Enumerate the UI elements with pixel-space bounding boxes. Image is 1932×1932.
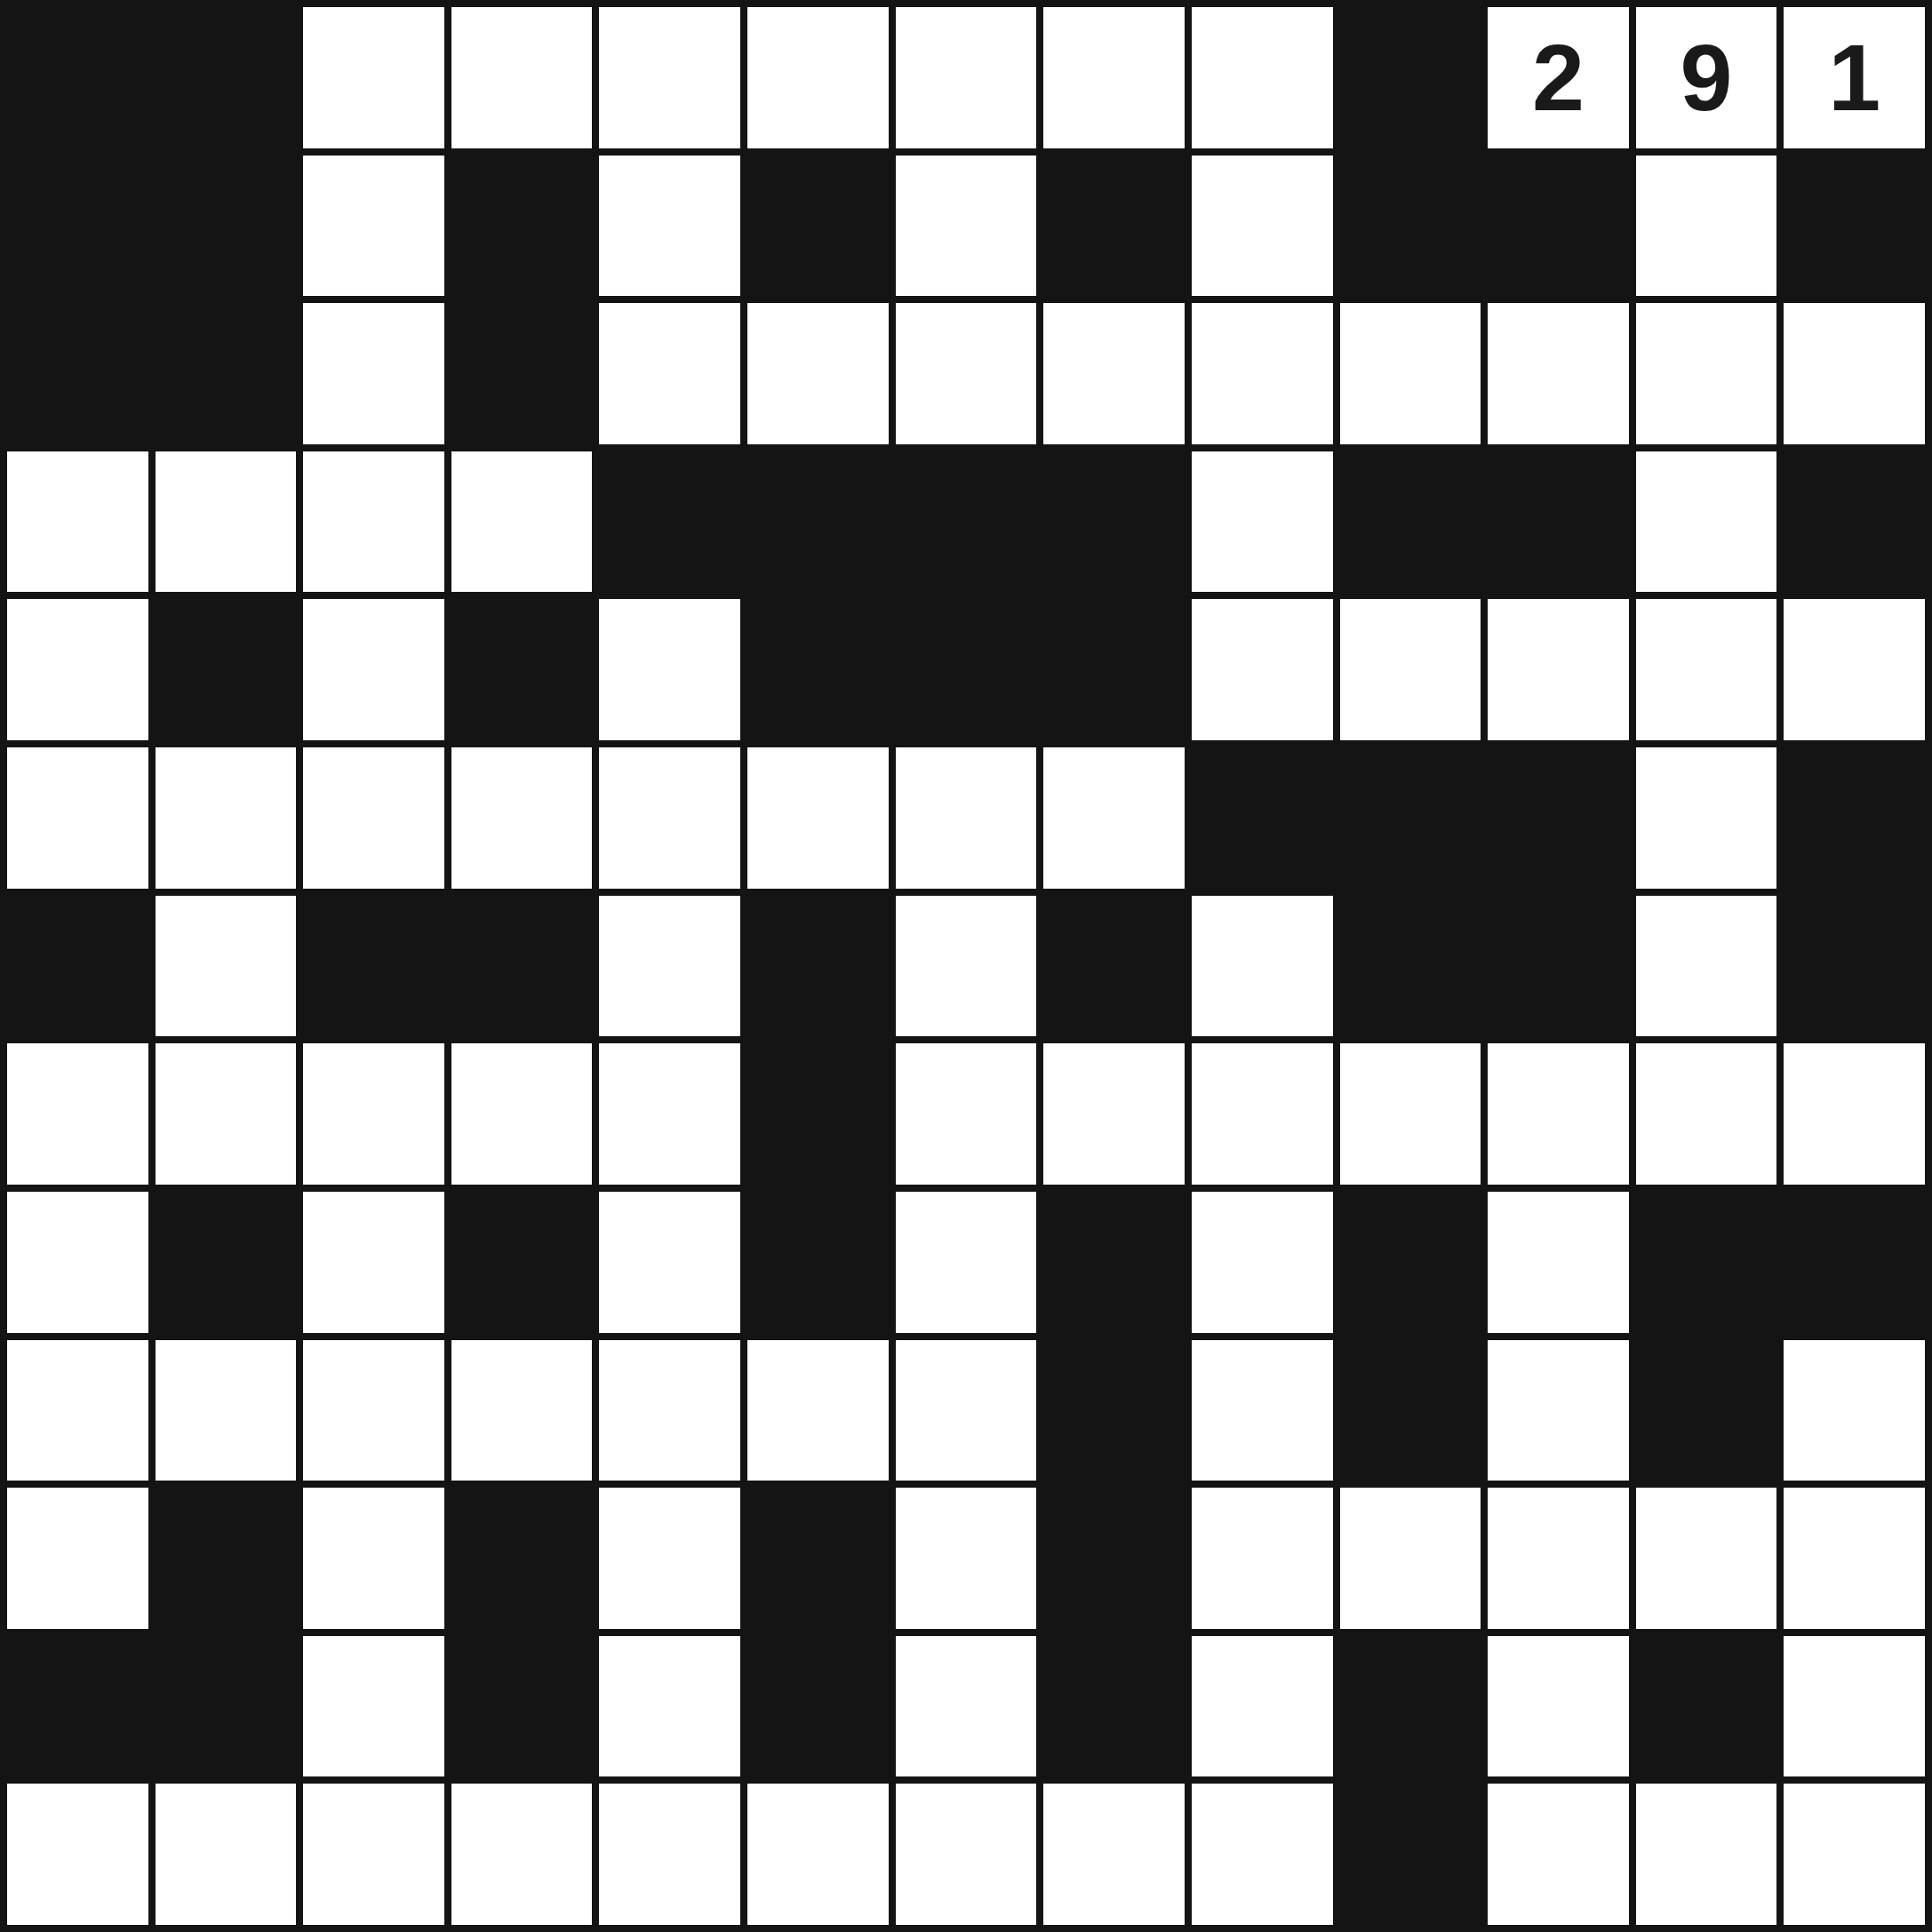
- white-cell-r10c11[interactable]: [1636, 1488, 1777, 1629]
- white-cell-r8c2[interactable]: [303, 1192, 444, 1333]
- black-cell-r10c1: [156, 1488, 297, 1629]
- white-cell-r4c11[interactable]: [1636, 599, 1777, 740]
- black-cell-r1c7: [1043, 156, 1185, 297]
- black-cell-r9c9: [1340, 1340, 1481, 1481]
- white-cell-r5c5[interactable]: [747, 747, 889, 889]
- white-cell-r0c2[interactable]: [303, 7, 444, 148]
- black-cell-r6c10: [1488, 896, 1629, 1037]
- white-cell-r5c1[interactable]: [156, 747, 297, 889]
- black-cell-r6c0: [7, 896, 148, 1037]
- black-cell-r11c7: [1043, 1636, 1185, 1777]
- white-cell-r3c1[interactable]: [156, 451, 297, 593]
- white-cell-r10c10[interactable]: [1488, 1488, 1629, 1629]
- white-cell-r7c7[interactable]: [1043, 1043, 1185, 1185]
- white-cell-r7c11[interactable]: [1636, 1043, 1777, 1185]
- white-cell-r6c6[interactable]: [896, 896, 1037, 1037]
- black-cell-r4c1: [156, 599, 297, 740]
- black-cell-r4c3: [451, 599, 593, 740]
- black-cell-r11c0: [7, 1636, 148, 1777]
- black-cell-r3c7: [1043, 451, 1185, 593]
- black-cell-r8c11: [1636, 1192, 1777, 1333]
- white-cell-r4c8[interactable]: [1192, 599, 1333, 740]
- white-cell-r11c4[interactable]: [599, 1636, 740, 1777]
- white-cell-r2c7[interactable]: [1043, 303, 1185, 444]
- white-cell-r7c0[interactable]: [7, 1043, 148, 1185]
- puzzle-number-cell-r0c12: 1: [1784, 7, 1925, 148]
- white-cell-r0c6[interactable]: [896, 7, 1037, 148]
- white-cell-r2c6[interactable]: [896, 303, 1037, 444]
- white-cell-r1c4[interactable]: [599, 156, 740, 297]
- white-cell-r3c11[interactable]: [1636, 451, 1777, 593]
- white-cell-r10c4[interactable]: [599, 1488, 740, 1629]
- white-cell-r3c3[interactable]: [451, 451, 593, 593]
- white-cell-r10c6[interactable]: [896, 1488, 1037, 1629]
- black-cell-r2c3: [451, 303, 593, 444]
- black-cell-r11c9: [1340, 1636, 1481, 1777]
- black-cell-r6c5: [747, 896, 889, 1037]
- black-cell-r9c11: [1636, 1340, 1777, 1481]
- white-cell-r11c2[interactable]: [303, 1636, 444, 1777]
- white-cell-r6c4[interactable]: [599, 896, 740, 1037]
- white-cell-r0c7[interactable]: [1043, 7, 1185, 148]
- black-cell-r8c5: [747, 1192, 889, 1333]
- black-cell-r3c6: [896, 451, 1037, 593]
- white-cell-r9c2[interactable]: [303, 1340, 444, 1481]
- white-cell-r9c1[interactable]: [156, 1340, 297, 1481]
- white-cell-r8c0[interactable]: [7, 1192, 148, 1333]
- white-cell-r12c0[interactable]: [7, 1784, 148, 1925]
- white-cell-r7c2[interactable]: [303, 1043, 444, 1185]
- white-cell-r1c11[interactable]: [1636, 156, 1777, 297]
- white-cell-r2c4[interactable]: [599, 303, 740, 444]
- white-cell-r11c12[interactable]: [1784, 1636, 1925, 1777]
- white-cell-r10c2[interactable]: [303, 1488, 444, 1629]
- white-cell-r12c6[interactable]: [896, 1784, 1037, 1925]
- black-cell-r0c9: [1340, 7, 1481, 148]
- white-cell-r10c12[interactable]: [1784, 1488, 1925, 1629]
- white-cell-r7c10[interactable]: [1488, 1043, 1629, 1185]
- white-cell-r0c5[interactable]: [747, 7, 889, 148]
- white-cell-r3c8[interactable]: [1192, 451, 1333, 593]
- white-cell-r8c8[interactable]: [1192, 1192, 1333, 1333]
- black-cell-r10c3: [451, 1488, 593, 1629]
- black-cell-r6c3: [451, 896, 593, 1037]
- white-cell-r9c3[interactable]: [451, 1340, 593, 1481]
- white-cell-r2c12[interactable]: [1784, 303, 1925, 444]
- black-cell-r2c1: [156, 303, 297, 444]
- black-cell-r1c5: [747, 156, 889, 297]
- white-cell-r4c10[interactable]: [1488, 599, 1629, 740]
- white-cell-r5c3[interactable]: [451, 747, 593, 889]
- white-cell-r2c5[interactable]: [747, 303, 889, 444]
- white-cell-r5c0[interactable]: [7, 747, 148, 889]
- black-cell-r2c0: [7, 303, 148, 444]
- black-cell-r3c9: [1340, 451, 1481, 593]
- white-cell-r1c2[interactable]: [303, 156, 444, 297]
- white-cell-r0c3[interactable]: [451, 7, 593, 148]
- black-cell-r11c1: [156, 1636, 297, 1777]
- black-cell-r8c9: [1340, 1192, 1481, 1333]
- white-cell-r12c11[interactable]: [1636, 1784, 1777, 1925]
- black-cell-r1c12: [1784, 156, 1925, 297]
- black-cell-r8c7: [1043, 1192, 1185, 1333]
- white-cell-r9c6[interactable]: [896, 1340, 1037, 1481]
- white-cell-r11c10[interactable]: [1488, 1636, 1629, 1777]
- black-cell-r11c3: [451, 1636, 593, 1777]
- black-cell-r8c3: [451, 1192, 593, 1333]
- black-cell-r5c10: [1488, 747, 1629, 889]
- white-cell-r8c10[interactable]: [1488, 1192, 1629, 1333]
- black-cell-r6c9: [1340, 896, 1481, 1037]
- white-cell-r4c0[interactable]: [7, 599, 148, 740]
- black-cell-r10c7: [1043, 1488, 1185, 1629]
- puzzle-number-cell-r0c10: 2: [1488, 7, 1629, 148]
- white-cell-r12c1[interactable]: [156, 1784, 297, 1925]
- black-cell-r5c8: [1192, 747, 1333, 889]
- white-cell-r3c2[interactable]: [303, 451, 444, 593]
- white-cell-r12c2[interactable]: [303, 1784, 444, 1925]
- white-cell-r9c5[interactable]: [747, 1340, 889, 1481]
- black-cell-r5c9: [1340, 747, 1481, 889]
- black-cell-r0c1: [156, 7, 297, 148]
- white-cell-r7c3[interactable]: [451, 1043, 593, 1185]
- black-cell-r4c5: [747, 599, 889, 740]
- black-cell-r6c7: [1043, 896, 1185, 1037]
- white-cell-r12c12[interactable]: [1784, 1784, 1925, 1925]
- black-cell-r1c10: [1488, 156, 1629, 297]
- black-cell-r4c7: [1043, 599, 1185, 740]
- white-cell-r11c6[interactable]: [896, 1636, 1037, 1777]
- white-cell-r6c1[interactable]: [156, 896, 297, 1037]
- white-cell-r8c6[interactable]: [896, 1192, 1037, 1333]
- black-cell-r1c1: [156, 156, 297, 297]
- white-cell-r12c10[interactable]: [1488, 1784, 1629, 1925]
- white-cell-r6c11[interactable]: [1636, 896, 1777, 1037]
- black-cell-r3c5: [747, 451, 889, 593]
- white-cell-r1c6[interactable]: [896, 156, 1037, 297]
- white-cell-r6c8[interactable]: [1192, 896, 1333, 1037]
- white-cell-r7c9[interactable]: [1340, 1043, 1481, 1185]
- white-cell-r9c10[interactable]: [1488, 1340, 1629, 1481]
- white-cell-r2c8[interactable]: [1192, 303, 1333, 444]
- white-cell-r12c8[interactable]: [1192, 1784, 1333, 1925]
- white-cell-r9c8[interactable]: [1192, 1340, 1333, 1481]
- white-cell-r3c0[interactable]: [7, 451, 148, 593]
- black-cell-r10c5: [747, 1488, 889, 1629]
- white-cell-r8c4[interactable]: [599, 1192, 740, 1333]
- white-cell-r9c4[interactable]: [599, 1340, 740, 1481]
- black-cell-r1c0: [7, 156, 148, 297]
- white-cell-r2c10[interactable]: [1488, 303, 1629, 444]
- white-cell-r7c6[interactable]: [896, 1043, 1037, 1185]
- black-cell-r11c5: [747, 1636, 889, 1777]
- black-cell-r1c3: [451, 156, 593, 297]
- white-cell-r5c6[interactable]: [896, 747, 1037, 889]
- white-cell-r0c8[interactable]: [1192, 7, 1333, 148]
- black-cell-r12c9: [1340, 1784, 1481, 1925]
- white-cell-r10c0[interactable]: [7, 1488, 148, 1629]
- white-cell-r9c12[interactable]: [1784, 1340, 1925, 1481]
- white-cell-r4c4[interactable]: [599, 599, 740, 740]
- white-cell-r7c4[interactable]: [599, 1043, 740, 1185]
- black-cell-r5c12: [1784, 747, 1925, 889]
- black-cell-r6c2: [303, 896, 444, 1037]
- white-cell-r4c12[interactable]: [1784, 599, 1925, 740]
- black-cell-r1c9: [1340, 156, 1481, 297]
- white-cell-r5c7[interactable]: [1043, 747, 1185, 889]
- black-cell-r4c6: [896, 599, 1037, 740]
- white-cell-r12c4[interactable]: [599, 1784, 740, 1925]
- white-cell-r9c0[interactable]: [7, 1340, 148, 1481]
- black-cell-r9c7: [1043, 1340, 1185, 1481]
- white-cell-r11c8[interactable]: [1192, 1636, 1333, 1777]
- puzzle-number-cell-r0c11: 9: [1636, 7, 1777, 148]
- white-cell-r4c9[interactable]: [1340, 599, 1481, 740]
- black-cell-r3c10: [1488, 451, 1629, 593]
- black-cell-r8c12: [1784, 1192, 1925, 1333]
- white-cell-r2c2[interactable]: [303, 303, 444, 444]
- white-cell-r5c11[interactable]: [1636, 747, 1777, 889]
- black-cell-r7c5: [747, 1043, 889, 1185]
- black-cell-r8c1: [156, 1192, 297, 1333]
- white-cell-r12c5[interactable]: [747, 1784, 889, 1925]
- black-cell-r6c12: [1784, 896, 1925, 1037]
- white-cell-r7c12[interactable]: [1784, 1043, 1925, 1185]
- black-cell-r3c4: [599, 451, 740, 593]
- white-cell-r7c1[interactable]: [156, 1043, 297, 1185]
- crossword-board: 291: [0, 0, 1932, 1932]
- white-cell-r5c4[interactable]: [599, 747, 740, 889]
- white-cell-r12c3[interactable]: [451, 1784, 593, 1925]
- white-cell-r2c11[interactable]: [1636, 303, 1777, 444]
- white-cell-r12c7[interactable]: [1043, 1784, 1185, 1925]
- white-cell-r0c4[interactable]: [599, 7, 740, 148]
- white-cell-r10c9[interactable]: [1340, 1488, 1481, 1629]
- white-cell-r2c9[interactable]: [1340, 303, 1481, 444]
- white-cell-r5c2[interactable]: [303, 747, 444, 889]
- white-cell-r1c8[interactable]: [1192, 156, 1333, 297]
- white-cell-r7c8[interactable]: [1192, 1043, 1333, 1185]
- black-cell-r11c11: [1636, 1636, 1777, 1777]
- black-cell-r0c0: [7, 7, 148, 148]
- white-cell-r4c2[interactable]: [303, 599, 444, 740]
- white-cell-r10c8[interactable]: [1192, 1488, 1333, 1629]
- black-cell-r3c12: [1784, 451, 1925, 593]
